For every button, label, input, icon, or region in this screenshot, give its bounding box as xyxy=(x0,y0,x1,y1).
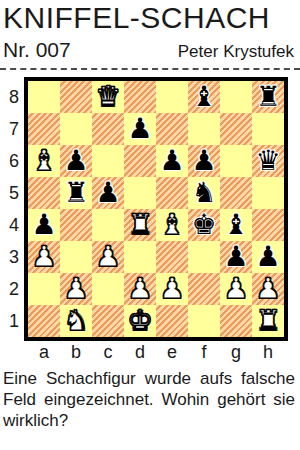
square-h1: ♜ xyxy=(252,305,284,337)
square-b7 xyxy=(60,113,92,145)
piece-white-pawn-h2: ♟ xyxy=(255,273,280,305)
rank-label-7: 7 xyxy=(4,113,24,145)
piece-black-pawn-g3: ♟ xyxy=(223,241,248,273)
square-h7 xyxy=(252,113,284,145)
square-e3 xyxy=(156,241,188,273)
square-b2: ♟ xyxy=(60,273,92,305)
piece-white-pawn-e2: ♟ xyxy=(159,273,184,305)
square-a6: ♝ xyxy=(28,145,60,177)
square-a5 xyxy=(28,177,60,209)
file-label-g: g xyxy=(220,342,252,363)
square-b6: ♟ xyxy=(60,145,92,177)
piece-white-pawn-g2: ♟ xyxy=(223,273,248,305)
square-b1: ♞ xyxy=(60,305,92,337)
square-f7 xyxy=(188,113,220,145)
piece-white-queen-c8: ♛ xyxy=(95,81,120,113)
piece-black-queen-h6: ♛ xyxy=(255,145,280,177)
piece-black-bishop-f8: ♝ xyxy=(191,81,216,113)
square-a7 xyxy=(28,113,60,145)
square-a3: ♟ xyxy=(28,241,60,273)
rank-label-4: 4 xyxy=(4,209,24,241)
author-name: Peter Krystufek xyxy=(178,42,294,62)
square-d2: ♟ xyxy=(124,273,156,305)
square-c4 xyxy=(92,209,124,241)
file-label-b: b xyxy=(60,342,92,363)
file-label-f: f xyxy=(188,342,220,363)
square-d4: ♜ xyxy=(124,209,156,241)
square-c3: ♟ xyxy=(92,241,124,273)
square-e2: ♟ xyxy=(156,273,188,305)
square-d6 xyxy=(124,145,156,177)
square-g7 xyxy=(220,113,252,145)
piece-black-pawn-a4: ♟ xyxy=(31,209,56,241)
square-a4: ♟ xyxy=(28,209,60,241)
square-b5: ♜ xyxy=(60,177,92,209)
square-c1 xyxy=(92,305,124,337)
square-f1 xyxy=(188,305,220,337)
square-e1 xyxy=(156,305,188,337)
puzzle-question: Eine Schachfigur wurde aufs falsche Feld… xyxy=(0,363,300,431)
subheader: Nr. 007 Peter Krystufek xyxy=(0,35,300,62)
piece-black-pawn-d7: ♟ xyxy=(127,113,152,145)
square-d3 xyxy=(124,241,156,273)
piece-white-pawn-b2: ♟ xyxy=(63,273,88,305)
piece-white-pawn-d2: ♟ xyxy=(127,273,152,305)
rank-label-1: 1 xyxy=(4,305,24,337)
rank-label-8: 8 xyxy=(4,81,24,113)
square-h8: ♜ xyxy=(252,81,284,113)
square-g5 xyxy=(220,177,252,209)
piece-white-rook-d4: ♜ xyxy=(127,209,152,241)
square-g4: ♝ xyxy=(220,209,252,241)
square-d5 xyxy=(124,177,156,209)
square-g1 xyxy=(220,305,252,337)
rank-label-6: 6 xyxy=(4,145,24,177)
piece-black-king-f4: ♚ xyxy=(191,209,216,241)
square-b4 xyxy=(60,209,92,241)
piece-black-bishop-g4: ♝ xyxy=(223,209,248,241)
square-c6 xyxy=(92,145,124,177)
rank-labels: 87654321 xyxy=(4,81,24,341)
square-f8: ♝ xyxy=(188,81,220,113)
piece-black-knight-f5: ♞ xyxy=(191,177,216,209)
square-h3: ♟ xyxy=(252,241,284,273)
piece-white-knight-b1: ♞ xyxy=(63,305,88,337)
piece-black-rook-b5: ♜ xyxy=(63,177,88,209)
square-c8: ♛ xyxy=(92,81,124,113)
square-h4 xyxy=(252,209,284,241)
piece-black-rook-h8: ♜ xyxy=(255,81,280,113)
square-f5: ♞ xyxy=(188,177,220,209)
board-area: 87654321 ♛♝♜♟♝♟♟♟♛♜♟♞♟♜♝♚♝♟♟♟♟♟♟♟♟♟♞♚♜ a… xyxy=(0,77,300,363)
piece-black-pawn-f6: ♟ xyxy=(191,145,216,177)
file-label-h: h xyxy=(252,342,284,363)
file-label-e: e xyxy=(156,342,188,363)
rank-label-2: 2 xyxy=(4,273,24,305)
square-f3 xyxy=(188,241,220,273)
piece-white-rook-h1: ♜ xyxy=(255,305,280,337)
piece-white-pawn-c3: ♟ xyxy=(95,241,120,273)
square-f6: ♟ xyxy=(188,145,220,177)
square-c7 xyxy=(92,113,124,145)
file-label-c: c xyxy=(92,342,124,363)
square-b3 xyxy=(60,241,92,273)
file-labels: abcdefgh xyxy=(28,341,300,363)
board: ♛♝♜♟♝♟♟♟♛♜♟♞♟♜♝♚♝♟♟♟♟♟♟♟♟♟♞♚♜ xyxy=(24,77,288,341)
piece-black-pawn-e6: ♟ xyxy=(159,145,184,177)
rank-label-3: 3 xyxy=(4,241,24,273)
square-g2: ♟ xyxy=(220,273,252,305)
square-c5: ♟ xyxy=(92,177,124,209)
square-e4: ♝ xyxy=(156,209,188,241)
piece-white-pawn-a3: ♟ xyxy=(31,241,56,273)
rank-label-5: 5 xyxy=(4,177,24,209)
square-g6 xyxy=(220,145,252,177)
square-d7: ♟ xyxy=(124,113,156,145)
square-a8 xyxy=(28,81,60,113)
square-h5 xyxy=(252,177,284,209)
square-g3: ♟ xyxy=(220,241,252,273)
piece-black-pawn-b6: ♟ xyxy=(63,145,88,177)
piece-white-bishop-a6: ♝ xyxy=(31,145,56,177)
page-title: KNIFFEL-SCHACH xyxy=(0,0,300,35)
square-h2: ♟ xyxy=(252,273,284,305)
square-h6: ♛ xyxy=(252,145,284,177)
square-c2 xyxy=(92,273,124,305)
piece-black-pawn-h3: ♟ xyxy=(255,241,280,273)
piece-white-king-d1: ♚ xyxy=(127,305,152,337)
square-e5 xyxy=(156,177,188,209)
square-d8 xyxy=(124,81,156,113)
square-d1: ♚ xyxy=(124,305,156,337)
square-a1 xyxy=(28,305,60,337)
square-f4: ♚ xyxy=(188,209,220,241)
square-e6: ♟ xyxy=(156,145,188,177)
square-b8 xyxy=(60,81,92,113)
square-e8 xyxy=(156,81,188,113)
file-label-d: d xyxy=(124,342,156,363)
piece-white-bishop-e4: ♝ xyxy=(159,209,184,241)
puzzle-number: Nr. 007 xyxy=(3,38,71,62)
file-label-a: a xyxy=(28,342,60,363)
piece-black-pawn-c5: ♟ xyxy=(95,177,120,209)
dashed-separator xyxy=(0,68,300,70)
square-g8 xyxy=(220,81,252,113)
square-e7 xyxy=(156,113,188,145)
square-a2 xyxy=(28,273,60,305)
square-f2 xyxy=(188,273,220,305)
